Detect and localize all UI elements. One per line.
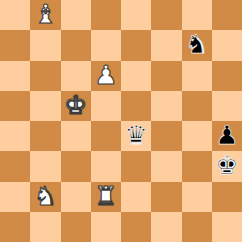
square-b1[interactable]: [30, 212, 60, 242]
square-e7[interactable]: [121, 30, 151, 60]
square-f8[interactable]: [151, 0, 181, 30]
square-e2[interactable]: [121, 182, 151, 212]
black-queen[interactable]: ♛: [124, 122, 147, 148]
square-b4[interactable]: [30, 121, 60, 151]
black-pawn[interactable]: ♟: [215, 122, 238, 148]
square-c3[interactable]: [61, 151, 91, 181]
square-d8[interactable]: [91, 0, 121, 30]
square-h5[interactable]: [212, 91, 242, 121]
square-d3[interactable]: [91, 151, 121, 181]
white-rook[interactable]: ♜: [94, 183, 117, 209]
square-a6[interactable]: [0, 61, 30, 91]
white-pawn[interactable]: ♟: [94, 62, 117, 88]
square-h3[interactable]: ♚: [212, 151, 242, 181]
square-h4[interactable]: ♟: [212, 121, 242, 151]
square-c4[interactable]: [61, 121, 91, 151]
square-c5[interactable]: ♚: [61, 91, 91, 121]
white-knight[interactable]: ♞: [34, 183, 57, 209]
square-d5[interactable]: [91, 91, 121, 121]
white-bishop[interactable]: ♝: [34, 1, 57, 27]
square-b2[interactable]: ♞: [30, 182, 60, 212]
chess-board: ♝♞♟♚♛♟♚♞♜: [0, 0, 242, 242]
square-a4[interactable]: [0, 121, 30, 151]
square-g4[interactable]: [182, 121, 212, 151]
square-a1[interactable]: [0, 212, 30, 242]
square-h8[interactable]: [212, 0, 242, 30]
square-f5[interactable]: [151, 91, 181, 121]
square-f1[interactable]: [151, 212, 181, 242]
square-e4[interactable]: ♛: [121, 121, 151, 151]
square-d1[interactable]: [91, 212, 121, 242]
square-g5[interactable]: [182, 91, 212, 121]
square-g3[interactable]: [182, 151, 212, 181]
square-b5[interactable]: [30, 91, 60, 121]
square-e3[interactable]: [121, 151, 151, 181]
square-f7[interactable]: [151, 30, 181, 60]
square-f2[interactable]: [151, 182, 181, 212]
square-a3[interactable]: [0, 151, 30, 181]
square-e5[interactable]: [121, 91, 151, 121]
white-king[interactable]: ♚: [64, 92, 87, 118]
square-h1[interactable]: [212, 212, 242, 242]
square-g2[interactable]: [182, 182, 212, 212]
square-d7[interactable]: [91, 30, 121, 60]
square-c6[interactable]: [61, 61, 91, 91]
square-b6[interactable]: [30, 61, 60, 91]
square-h2[interactable]: [212, 182, 242, 212]
square-h6[interactable]: [212, 61, 242, 91]
square-h7[interactable]: [212, 30, 242, 60]
square-d4[interactable]: [91, 121, 121, 151]
square-g8[interactable]: [182, 0, 212, 30]
square-c1[interactable]: [61, 212, 91, 242]
square-f6[interactable]: [151, 61, 181, 91]
square-b7[interactable]: [30, 30, 60, 60]
square-a5[interactable]: [0, 91, 30, 121]
square-e8[interactable]: [121, 0, 151, 30]
square-c8[interactable]: [61, 0, 91, 30]
square-f3[interactable]: [151, 151, 181, 181]
square-e1[interactable]: [121, 212, 151, 242]
square-e6[interactable]: [121, 61, 151, 91]
square-g7[interactable]: ♞: [182, 30, 212, 60]
square-a7[interactable]: [0, 30, 30, 60]
square-b8[interactable]: ♝: [30, 0, 60, 30]
square-a8[interactable]: [0, 0, 30, 30]
square-g6[interactable]: [182, 61, 212, 91]
square-f4[interactable]: [151, 121, 181, 151]
square-g1[interactable]: [182, 212, 212, 242]
square-c2[interactable]: [61, 182, 91, 212]
square-b3[interactable]: [30, 151, 60, 181]
square-a2[interactable]: [0, 182, 30, 212]
square-d6[interactable]: ♟: [91, 61, 121, 91]
black-king[interactable]: ♚: [215, 152, 238, 178]
square-c7[interactable]: [61, 30, 91, 60]
black-knight[interactable]: ♞: [185, 31, 208, 57]
square-d2[interactable]: ♜: [91, 182, 121, 212]
